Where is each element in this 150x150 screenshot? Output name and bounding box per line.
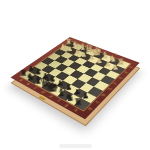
- coordinate-label: 5: [106, 87, 112, 91]
- watermark: [59, 144, 92, 148]
- coordinate-label: 4: [112, 82, 118, 86]
- product-photo: ♜♞♝♛♚♝♞♜♟♟♟♟♟♟♟♟♟♟♟♟♟♟♟♟♜♞♝♛♚♝♞♜ abcdefg…: [0, 0, 150, 150]
- coordinate-label: 2: [123, 71, 129, 74]
- coordinate-label: 8: [87, 106, 94, 111]
- coordinate-label: 3: [118, 76, 124, 79]
- chess-board: ♜♞♝♛♚♝♞♜♟♟♟♟♟♟♟♟♟♟♟♟♟♟♟♟♜♞♝♛♚♝♞♜ abcdefg…: [11, 37, 140, 119]
- coordinate-label: h: [73, 108, 79, 113]
- chess-set-scene: ♜♞♝♛♚♝♞♜♟♟♟♟♟♟♟♟♟♟♟♟♟♟♟♟♜♞♝♛♚♝♞♜ abcdefg…: [11, 37, 140, 119]
- white-pawn[interactable]: ♟: [98, 63, 133, 73]
- board-grid: ♜♞♝♛♚♝♞♜♟♟♟♟♟♟♟♟♟♟♟♟♟♟♟♟♜♞♝♛♚♝♞♜: [21, 41, 130, 110]
